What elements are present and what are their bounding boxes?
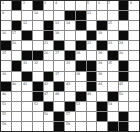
black-cell	[33, 92, 43, 101]
clue-number: 39	[98, 72, 102, 75]
clue-number: 19	[98, 31, 102, 34]
grid-cell[interactable]: 17	[12, 31, 22, 40]
black-cell	[12, 21, 22, 30]
grid-cell[interactable]	[129, 72, 139, 81]
grid-cell[interactable]	[119, 102, 129, 111]
clue-number: 35	[108, 61, 112, 64]
grid-cell[interactable]	[12, 11, 22, 20]
grid-cell[interactable]	[65, 92, 75, 101]
grid-cell[interactable]: 53	[76, 102, 86, 111]
grid-cell[interactable]: 50	[119, 92, 129, 101]
clue-number: 43	[66, 82, 70, 85]
black-cell	[54, 41, 64, 50]
grid-cell[interactable]	[76, 112, 86, 121]
grid-cell[interactable]: 33	[65, 61, 75, 70]
black-cell	[119, 11, 129, 20]
black-cell	[108, 92, 118, 101]
clue-number: 47	[44, 92, 48, 95]
clue-number: 57	[66, 112, 70, 115]
grid-cell[interactable]: 32	[33, 61, 43, 70]
grid-cell[interactable]: 3	[44, 1, 54, 10]
grid-cell[interactable]	[129, 51, 139, 60]
grid-cell[interactable]: 25	[1, 51, 11, 60]
grid-cell[interactable]	[129, 41, 139, 50]
black-cell	[65, 11, 75, 20]
grid-cell[interactable]: 44	[97, 82, 107, 91]
grid-cell[interactable]	[22, 41, 32, 50]
grid-cell[interactable]: 39	[97, 72, 107, 81]
grid-cell[interactable]	[76, 1, 86, 10]
grid-cell[interactable]	[44, 61, 54, 70]
grid-cell[interactable]: 21	[44, 41, 54, 50]
clue-number: 10	[34, 11, 38, 14]
grid-cell[interactable]: 43	[65, 82, 75, 91]
clue-number: 18	[55, 31, 59, 34]
grid-cell[interactable]	[76, 122, 86, 131]
grid-cell[interactable]	[87, 112, 97, 121]
grid-cell[interactable]	[129, 112, 139, 121]
grid-cell[interactable]: 35	[108, 61, 118, 70]
grid-cell[interactable]: 47	[44, 92, 54, 101]
grid-cell[interactable]	[22, 122, 32, 131]
grid-cell[interactable]	[76, 82, 86, 91]
clue-number: 46	[2, 92, 6, 95]
black-cell	[33, 82, 43, 91]
grid-cell[interactable]: 18	[54, 31, 64, 40]
grid-cell[interactable]: 49	[87, 92, 97, 101]
black-cell	[12, 61, 22, 70]
black-cell	[54, 112, 64, 121]
clue-number: 41	[23, 82, 27, 85]
grid-cell[interactable]	[129, 92, 139, 101]
grid-cell[interactable]	[108, 82, 118, 91]
black-cell	[87, 72, 97, 81]
grid-cell[interactable]: 27	[54, 51, 64, 60]
clue-number: 31	[23, 61, 27, 64]
black-cell	[12, 1, 22, 10]
clue-number: 15	[108, 21, 112, 24]
grid-cell[interactable]	[12, 122, 22, 131]
grid-cell[interactable]: 48	[54, 92, 64, 101]
clue-number: 27	[55, 51, 59, 54]
grid-cell[interactable]	[33, 41, 43, 50]
grid-cell[interactable]: 30	[119, 51, 129, 60]
clue-number: 48	[55, 92, 59, 95]
grid-cell[interactable]: 46	[1, 92, 11, 101]
grid-cell[interactable]	[87, 122, 97, 131]
grid-cell[interactable]: 20	[12, 41, 22, 50]
black-cell	[22, 72, 32, 81]
grid-cell[interactable]	[65, 41, 75, 50]
black-cell	[119, 31, 129, 40]
black-cell	[33, 1, 43, 10]
clue-number: 23	[108, 41, 112, 44]
black-cell	[76, 61, 86, 70]
grid-cell[interactable]	[33, 72, 43, 81]
grid-cell[interactable]	[87, 102, 97, 111]
clue-number: 36	[2, 72, 6, 75]
black-cell	[33, 51, 43, 60]
black-cell	[87, 31, 97, 40]
grid-cell[interactable]	[87, 51, 97, 60]
grid-cell[interactable]	[54, 102, 64, 111]
grid-cell[interactable]: 15	[108, 21, 118, 30]
clue-number: 20	[12, 41, 16, 44]
clue-number: 37	[55, 72, 59, 75]
grid-cell[interactable]	[129, 11, 139, 20]
grid-cell[interactable]: 34	[97, 61, 107, 70]
clue-number: 40	[12, 82, 16, 85]
grid-cell[interactable]: 16	[1, 31, 11, 40]
clue-number: 17	[12, 31, 16, 34]
grid-cell[interactable]	[33, 122, 43, 131]
black-cell	[1, 82, 11, 91]
clue-number: 11	[87, 11, 91, 14]
grid-cell[interactable]	[22, 102, 32, 111]
black-cell	[54, 82, 64, 91]
black-cell	[119, 72, 129, 81]
black-cell	[97, 21, 107, 30]
grid-cell[interactable]: 41	[22, 82, 32, 91]
clue-number: 9	[2, 11, 4, 14]
grid-cell[interactable]: 5	[87, 1, 97, 10]
clue-number: 26	[44, 51, 48, 54]
grid-cell[interactable]: 54	[108, 102, 118, 111]
grid-cell[interactable]: 2	[22, 1, 32, 10]
grid-cell[interactable]: 24	[119, 41, 129, 50]
grid-cell[interactable]	[129, 122, 139, 131]
black-cell	[22, 31, 32, 40]
black-cell	[44, 31, 54, 40]
grid-cell[interactable]: 1	[1, 1, 11, 10]
grid-cell[interactable]	[87, 21, 97, 30]
clue-number: 7	[108, 1, 110, 4]
black-cell	[87, 82, 97, 91]
black-cell	[76, 21, 86, 30]
clue-number: 34	[98, 61, 102, 64]
grid-cell[interactable]	[22, 112, 32, 121]
grid-cell[interactable]: 13	[54, 21, 64, 30]
grid-cell[interactable]: 38	[76, 72, 86, 81]
black-cell	[119, 61, 129, 70]
clue-number: 53	[76, 102, 80, 105]
grid-cell[interactable]: 31	[22, 61, 32, 70]
black-cell	[97, 41, 107, 50]
grid-cell[interactable]: 6	[97, 1, 107, 10]
grid-cell[interactable]: 22	[87, 41, 97, 50]
grid-cell[interactable]	[129, 31, 139, 40]
grid-cell[interactable]	[97, 92, 107, 101]
clue-number: 38	[76, 72, 80, 75]
clue-number: 56	[44, 112, 48, 115]
grid-cell[interactable]: 42	[44, 82, 54, 91]
grid-cell[interactable]: 40	[12, 82, 22, 91]
clue-number: 4	[55, 1, 57, 4]
clue-number: 33	[66, 61, 70, 64]
black-cell	[108, 122, 118, 131]
grid-cell[interactable]: 14	[65, 21, 75, 30]
grid-cell[interactable]: 57	[65, 112, 75, 121]
grid-cell[interactable]: 45	[119, 82, 129, 91]
grid-cell[interactable]	[1, 61, 11, 70]
clue-number: 14	[66, 21, 70, 24]
clue-number: 2	[23, 1, 25, 4]
grid-cell[interactable]	[54, 11, 64, 20]
black-cell	[22, 51, 32, 60]
grid-cell[interactable]: 51	[1, 102, 11, 111]
clue-number: 29	[98, 51, 102, 54]
clue-number: 13	[55, 21, 59, 24]
black-cell	[119, 122, 129, 131]
grid-cell[interactable]	[54, 61, 64, 70]
black-cell	[108, 51, 118, 60]
grid-cell[interactable]	[12, 102, 22, 111]
clue-number: 50	[119, 92, 123, 95]
grid-cell[interactable]	[129, 61, 139, 70]
grid-cell[interactable]: 9	[1, 11, 11, 20]
grid-cell[interactable]	[33, 21, 43, 30]
grid-cell[interactable]	[44, 122, 54, 131]
clue-number: 32	[34, 61, 38, 64]
grid-cell[interactable]	[65, 31, 75, 40]
black-cell	[97, 102, 107, 111]
black-cell	[76, 11, 86, 20]
grid-cell[interactable]	[12, 92, 22, 101]
grid-cell[interactable]: 10	[33, 11, 43, 20]
black-cell	[1, 41, 11, 50]
clue-number: 6	[98, 1, 100, 4]
clue-number: 51	[2, 102, 6, 105]
grid-cell[interactable]: 37	[54, 72, 64, 81]
black-cell	[87, 61, 97, 70]
grid-cell[interactable]: 12	[22, 21, 32, 30]
clue-number: 25	[2, 51, 6, 54]
grid-cell[interactable]	[108, 72, 118, 81]
grid-cell[interactable]	[119, 21, 129, 30]
clue-number: 59	[66, 122, 70, 125]
grid-cell[interactable]: 52	[33, 102, 43, 111]
clue-number: 3	[44, 1, 46, 4]
grid-cell[interactable]	[129, 102, 139, 111]
grid-cell[interactable]: 56	[44, 112, 54, 121]
grid-cell[interactable]	[12, 112, 22, 121]
grid-cell[interactable]	[22, 92, 32, 101]
clue-number: 12	[23, 21, 27, 24]
grid-cell[interactable]: 23	[108, 41, 118, 50]
grid-cell[interactable]: 4	[54, 1, 64, 10]
grid-cell[interactable]	[97, 122, 107, 131]
clue-number: 28	[76, 51, 80, 54]
clue-number: 22	[87, 41, 91, 44]
clue-number: 52	[34, 102, 38, 105]
black-cell	[119, 1, 129, 10]
grid-cell[interactable]: 19	[97, 31, 107, 40]
clue-number: 54	[108, 102, 112, 105]
grid-cell[interactable]	[76, 31, 86, 40]
grid-cell[interactable]: 8	[129, 1, 139, 10]
grid-cell[interactable]	[33, 112, 43, 121]
grid-cell[interactable]	[33, 31, 43, 40]
grid-cell[interactable]	[22, 11, 32, 20]
clue-number: 45	[119, 82, 123, 85]
black-cell	[97, 112, 107, 121]
grid-cell[interactable]	[1, 21, 11, 30]
clue-number: 55	[2, 112, 6, 115]
black-cell	[44, 102, 54, 111]
black-cell	[65, 51, 75, 60]
grid-cell[interactable]: 55	[1, 112, 11, 121]
black-cell	[44, 72, 54, 81]
clue-number: 42	[44, 82, 48, 85]
black-cell	[54, 122, 64, 131]
crossword-grid: 1234567891011121314151617181920212223242…	[0, 0, 140, 132]
grid-cell[interactable]: 28	[76, 51, 86, 60]
grid-cell[interactable]	[12, 51, 22, 60]
grid-cell[interactable]: 11	[87, 11, 97, 20]
clue-number: 5	[87, 1, 89, 4]
clue-number: 49	[87, 92, 91, 95]
grid-cell[interactable]	[108, 11, 118, 20]
clue-number: 24	[119, 41, 123, 44]
grid-cell[interactable]	[108, 112, 118, 121]
grid-cell[interactable]: 7	[108, 1, 118, 10]
clue-number: 16	[2, 31, 6, 34]
grid-cell[interactable]	[129, 82, 139, 91]
clue-number: 58	[2, 122, 6, 125]
clue-number: 8	[130, 1, 132, 4]
black-cell	[76, 92, 86, 101]
grid-cell[interactable]	[97, 11, 107, 20]
black-cell	[119, 112, 129, 121]
grid-cell[interactable]	[12, 72, 22, 81]
grid-cell[interactable]: 26	[44, 51, 54, 60]
grid-cell[interactable]: 59	[65, 122, 75, 131]
grid-cell[interactable]: 36	[1, 72, 11, 81]
grid-cell[interactable]	[65, 1, 75, 10]
clue-number: 21	[44, 41, 48, 44]
grid-cell[interactable]	[108, 31, 118, 40]
grid-cell[interactable]: 29	[97, 51, 107, 60]
clue-number: 30	[119, 51, 123, 54]
black-cell	[65, 102, 75, 111]
grid-cell[interactable]	[65, 72, 75, 81]
clue-number: 44	[98, 82, 102, 85]
grid-cell[interactable]	[44, 11, 54, 20]
grid-cell[interactable]: 58	[1, 122, 11, 131]
clue-number: 1	[2, 1, 4, 4]
black-cell	[76, 41, 86, 50]
black-cell	[44, 21, 54, 30]
grid-cell[interactable]	[129, 21, 139, 30]
